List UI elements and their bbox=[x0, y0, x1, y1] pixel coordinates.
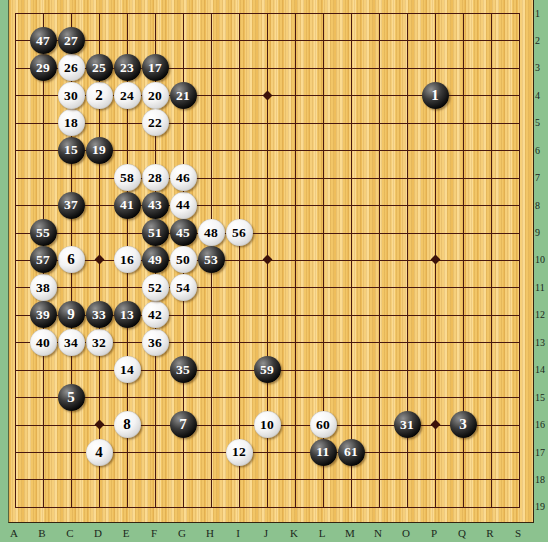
row-label-1: 1 bbox=[535, 7, 548, 20]
stone-white-4: 4 bbox=[86, 439, 113, 466]
stone-white-26: 26 bbox=[58, 54, 85, 81]
row-label-9: 9 bbox=[535, 226, 548, 239]
stone-black-45: 45 bbox=[170, 219, 197, 246]
col-label-J: J bbox=[256, 527, 276, 539]
stone-black-21: 21 bbox=[170, 82, 197, 109]
stone-white-8: 8 bbox=[114, 411, 141, 438]
col-label-F: F bbox=[144, 527, 164, 539]
row-label-18: 18 bbox=[535, 473, 548, 486]
row-label-12: 12 bbox=[535, 308, 548, 321]
stone-black-15: 15 bbox=[58, 137, 85, 164]
stone-white-6: 6 bbox=[58, 246, 85, 273]
stone-white-52: 52 bbox=[142, 274, 169, 301]
stone-white-58: 58 bbox=[114, 164, 141, 191]
go-diagram-screen: 1234567891011121314151617181920212223242… bbox=[0, 0, 548, 542]
stone-black-19: 19 bbox=[86, 137, 113, 164]
col-label-K: K bbox=[284, 527, 304, 539]
col-label-P: P bbox=[424, 527, 444, 539]
stone-black-11: 11 bbox=[310, 439, 337, 466]
row-label-16: 16 bbox=[535, 418, 548, 431]
col-label-M: M bbox=[340, 527, 360, 539]
col-label-E: E bbox=[116, 527, 136, 539]
stone-black-5: 5 bbox=[58, 384, 85, 411]
stone-white-28: 28 bbox=[142, 164, 169, 191]
col-label-A: A bbox=[4, 527, 24, 539]
stone-black-9: 9 bbox=[58, 301, 85, 328]
col-label-I: I bbox=[228, 527, 248, 539]
stone-white-2: 2 bbox=[86, 82, 113, 109]
stone-white-12: 12 bbox=[226, 439, 253, 466]
stone-white-14: 14 bbox=[114, 356, 141, 383]
row-label-8: 8 bbox=[535, 199, 548, 212]
col-label-O: O bbox=[396, 527, 416, 539]
stone-black-23: 23 bbox=[114, 54, 141, 81]
stone-white-50: 50 bbox=[170, 246, 197, 273]
stone-white-32: 32 bbox=[86, 329, 113, 356]
stone-white-60: 60 bbox=[310, 411, 337, 438]
stone-black-53: 53 bbox=[198, 246, 225, 273]
row-label-14: 14 bbox=[535, 363, 548, 376]
stone-white-30: 30 bbox=[58, 82, 85, 109]
stone-white-24: 24 bbox=[114, 82, 141, 109]
row-label-6: 6 bbox=[535, 144, 548, 157]
stone-black-25: 25 bbox=[86, 54, 113, 81]
stone-white-18: 18 bbox=[58, 109, 85, 136]
row-label-13: 13 bbox=[535, 336, 548, 349]
row-label-3: 3 bbox=[535, 61, 548, 74]
stone-black-51: 51 bbox=[142, 219, 169, 246]
stone-black-37: 37 bbox=[58, 192, 85, 219]
stone-black-57: 57 bbox=[30, 246, 57, 273]
row-label-17: 17 bbox=[535, 446, 548, 459]
stone-black-49: 49 bbox=[142, 246, 169, 273]
col-label-H: H bbox=[200, 527, 220, 539]
stone-black-3: 3 bbox=[450, 411, 477, 438]
stone-black-35: 35 bbox=[170, 356, 197, 383]
stone-black-17: 17 bbox=[142, 54, 169, 81]
stone-white-22: 22 bbox=[142, 109, 169, 136]
col-label-R: R bbox=[480, 527, 500, 539]
stone-black-33: 33 bbox=[86, 301, 113, 328]
stone-black-29: 29 bbox=[30, 54, 57, 81]
stone-black-1: 1 bbox=[422, 82, 449, 109]
row-label-11: 11 bbox=[535, 281, 548, 294]
stone-black-27: 27 bbox=[58, 27, 85, 54]
stone-black-47: 47 bbox=[30, 27, 57, 54]
stone-black-43: 43 bbox=[142, 192, 169, 219]
row-label-10: 10 bbox=[535, 253, 548, 266]
stone-white-54: 54 bbox=[170, 274, 197, 301]
col-label-N: N bbox=[368, 527, 388, 539]
row-label-15: 15 bbox=[535, 391, 548, 404]
stone-black-7: 7 bbox=[170, 411, 197, 438]
col-label-L: L bbox=[312, 527, 332, 539]
stone-white-40: 40 bbox=[30, 329, 57, 356]
stone-white-44: 44 bbox=[170, 192, 197, 219]
stone-black-55: 55 bbox=[30, 219, 57, 246]
stone-white-36: 36 bbox=[142, 329, 169, 356]
stone-black-41: 41 bbox=[114, 192, 141, 219]
stone-black-13: 13 bbox=[114, 301, 141, 328]
stone-white-10: 10 bbox=[254, 411, 281, 438]
row-label-19: 19 bbox=[535, 500, 548, 513]
row-label-2: 2 bbox=[535, 34, 548, 47]
stone-white-20: 20 bbox=[142, 82, 169, 109]
go-board[interactable]: 1234567891011121314151617181920212223242… bbox=[8, 0, 534, 523]
col-label-Q: Q bbox=[452, 527, 472, 539]
stone-white-38: 38 bbox=[30, 274, 57, 301]
stone-black-31: 31 bbox=[394, 411, 421, 438]
col-label-C: C bbox=[60, 527, 80, 539]
row-label-4: 4 bbox=[535, 89, 548, 102]
row-label-5: 5 bbox=[535, 116, 548, 129]
stone-white-56: 56 bbox=[226, 219, 253, 246]
stone-white-48: 48 bbox=[198, 219, 225, 246]
stone-white-16: 16 bbox=[114, 246, 141, 273]
stones-layer: 1234567891011121314151617181920212223242… bbox=[1, 0, 533, 521]
stone-black-61: 61 bbox=[338, 439, 365, 466]
stone-black-59: 59 bbox=[254, 356, 281, 383]
col-label-D: D bbox=[88, 527, 108, 539]
col-label-S: S bbox=[508, 527, 528, 539]
stone-white-46: 46 bbox=[170, 164, 197, 191]
stone-black-39: 39 bbox=[30, 301, 57, 328]
stone-white-42: 42 bbox=[142, 301, 169, 328]
row-label-7: 7 bbox=[535, 171, 548, 184]
col-label-B: B bbox=[32, 527, 52, 539]
stone-white-34: 34 bbox=[58, 329, 85, 356]
col-label-G: G bbox=[172, 527, 192, 539]
